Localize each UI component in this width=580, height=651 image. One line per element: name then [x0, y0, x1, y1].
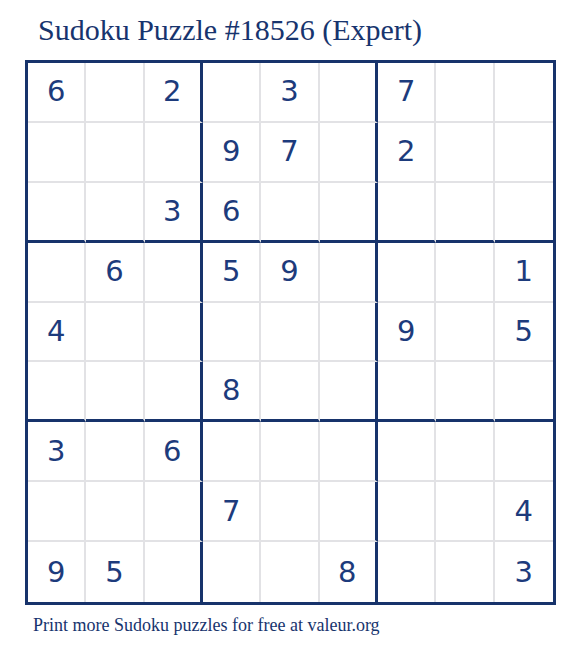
sudoku-page: Sudoku Puzzle #18526 (Expert) 6237972366…	[0, 0, 580, 651]
cell-r8c3[interactable]	[145, 482, 203, 542]
given-digit: 7	[280, 137, 298, 166]
cell-r9c1[interactable]: 9	[28, 542, 86, 602]
given-digit: 6	[222, 197, 240, 226]
cell-r8c8[interactable]	[436, 482, 494, 542]
given-digit: 4	[515, 497, 533, 526]
cell-r1c8[interactable]	[436, 63, 494, 123]
cell-r6c2[interactable]	[86, 362, 144, 422]
footer-text: Print more Sudoku puzzles for free at va…	[33, 615, 380, 636]
cell-r7c1[interactable]: 3	[28, 422, 86, 482]
given-digit: 4	[47, 317, 65, 346]
cell-r3c4[interactable]: 6	[203, 183, 261, 243]
given-digit: 5	[515, 317, 533, 346]
cell-r2c9[interactable]	[495, 123, 553, 183]
cell-r5c6[interactable]	[320, 303, 378, 363]
cell-r7c7[interactable]	[378, 422, 436, 482]
cell-r3c7[interactable]	[378, 183, 436, 243]
cell-r1c6[interactable]	[320, 63, 378, 123]
cell-r4c8[interactable]	[436, 243, 494, 303]
given-digit: 2	[397, 137, 415, 166]
cell-r6c3[interactable]	[145, 362, 203, 422]
cell-r5c1[interactable]: 4	[28, 303, 86, 363]
cell-r4c7[interactable]	[378, 243, 436, 303]
given-digit: 3	[515, 558, 533, 587]
cell-r4c4[interactable]: 5	[203, 243, 261, 303]
given-digit: 9	[47, 558, 65, 587]
cell-r4c3[interactable]	[145, 243, 203, 303]
cell-r3c9[interactable]	[495, 183, 553, 243]
cell-r6c7[interactable]	[378, 362, 436, 422]
cell-r8c6[interactable]	[320, 482, 378, 542]
given-digit: 6	[47, 77, 65, 106]
cell-r3c1[interactable]	[28, 183, 86, 243]
given-digit: 2	[163, 77, 181, 106]
given-digit: 8	[222, 376, 240, 405]
cell-r9c5[interactable]	[261, 542, 319, 602]
given-digit: 8	[338, 558, 356, 587]
cell-r2c6[interactable]	[320, 123, 378, 183]
cell-r8c1[interactable]	[28, 482, 86, 542]
given-digit: 6	[105, 257, 123, 286]
cell-r2c5[interactable]: 7	[261, 123, 319, 183]
cell-r8c4[interactable]: 7	[203, 482, 261, 542]
given-digit: 6	[163, 437, 181, 466]
cell-r3c6[interactable]	[320, 183, 378, 243]
cell-r8c5[interactable]	[261, 482, 319, 542]
cell-r1c9[interactable]	[495, 63, 553, 123]
cell-r8c9[interactable]: 4	[495, 482, 553, 542]
cell-r1c2[interactable]	[86, 63, 144, 123]
given-digit: 5	[222, 257, 240, 286]
cell-r7c9[interactable]	[495, 422, 553, 482]
given-digit: 7	[397, 77, 415, 106]
cell-r5c5[interactable]	[261, 303, 319, 363]
cell-r9c2[interactable]: 5	[86, 542, 144, 602]
cell-r6c9[interactable]	[495, 362, 553, 422]
cell-r1c4[interactable]	[203, 63, 261, 123]
given-digit: 9	[280, 257, 298, 286]
cell-r4c5[interactable]: 9	[261, 243, 319, 303]
cell-r9c9[interactable]: 3	[495, 542, 553, 602]
cell-r3c5[interactable]	[261, 183, 319, 243]
given-digit: 9	[222, 137, 240, 166]
page-title: Sudoku Puzzle #18526 (Expert)	[38, 13, 422, 47]
cell-r7c5[interactable]	[261, 422, 319, 482]
given-digit: 3	[280, 77, 298, 106]
cell-r7c4[interactable]	[203, 422, 261, 482]
given-digit: 3	[47, 437, 65, 466]
cell-r1c1[interactable]: 6	[28, 63, 86, 123]
given-digit: 5	[105, 558, 123, 587]
cell-r5c4[interactable]	[203, 303, 261, 363]
cell-r8c7[interactable]	[378, 482, 436, 542]
cell-r2c3[interactable]	[145, 123, 203, 183]
given-digit: 1	[515, 257, 533, 286]
cell-r5c3[interactable]	[145, 303, 203, 363]
cell-r2c7[interactable]: 2	[378, 123, 436, 183]
given-digit: 7	[222, 497, 240, 526]
cell-r9c8[interactable]	[436, 542, 494, 602]
cell-r9c4[interactable]	[203, 542, 261, 602]
cell-r4c6[interactable]	[320, 243, 378, 303]
cell-r2c8[interactable]	[436, 123, 494, 183]
cell-r6c1[interactable]	[28, 362, 86, 422]
cell-r2c2[interactable]	[86, 123, 144, 183]
cell-r4c2[interactable]: 6	[86, 243, 144, 303]
cell-r7c6[interactable]	[320, 422, 378, 482]
cell-r2c4[interactable]: 9	[203, 123, 261, 183]
given-digit: 9	[397, 317, 415, 346]
cell-r6c6[interactable]	[320, 362, 378, 422]
cell-r5c2[interactable]	[86, 303, 144, 363]
cell-r7c2[interactable]	[86, 422, 144, 482]
cell-r3c3[interactable]: 3	[145, 183, 203, 243]
cell-r3c2[interactable]	[86, 183, 144, 243]
cell-r9c3[interactable]	[145, 542, 203, 602]
cell-r7c8[interactable]	[436, 422, 494, 482]
cell-r6c4[interactable]: 8	[203, 362, 261, 422]
cell-r4c1[interactable]	[28, 243, 86, 303]
cell-r1c3[interactable]: 2	[145, 63, 203, 123]
cell-r1c7[interactable]: 7	[378, 63, 436, 123]
cell-r6c5[interactable]	[261, 362, 319, 422]
cell-r5c8[interactable]	[436, 303, 494, 363]
cell-r8c2[interactable]	[86, 482, 144, 542]
cell-r5c9[interactable]: 5	[495, 303, 553, 363]
cell-r2c1[interactable]	[28, 123, 86, 183]
cell-r4c9[interactable]: 1	[495, 243, 553, 303]
cell-r9c6[interactable]: 8	[320, 542, 378, 602]
cell-r7c3[interactable]: 6	[145, 422, 203, 482]
cell-r1c5[interactable]: 3	[261, 63, 319, 123]
cell-r6c8[interactable]	[436, 362, 494, 422]
given-digit: 3	[163, 197, 181, 226]
cell-r5c7[interactable]: 9	[378, 303, 436, 363]
cell-r9c7[interactable]	[378, 542, 436, 602]
cell-r3c8[interactable]	[436, 183, 494, 243]
sudoku-grid: 6237972366591495836749583	[25, 60, 556, 605]
